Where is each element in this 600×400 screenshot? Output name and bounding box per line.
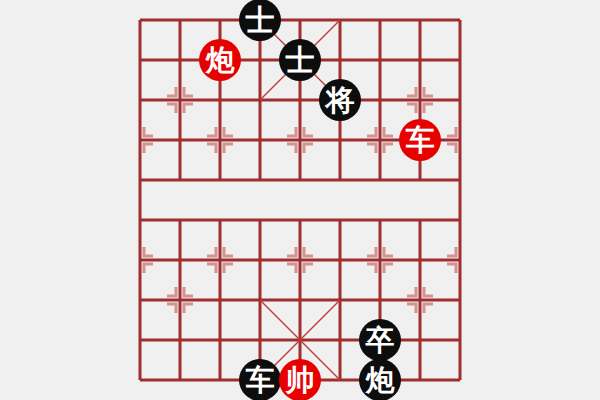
intersection-7-1 [400,40,440,80]
intersection-4-3 [280,120,320,160]
red-chariot-piece[interactable]: 车 [399,119,441,161]
intersection-6-4 [360,160,400,200]
intersection-0-1 [120,40,160,80]
intersection-4-2 [280,80,320,120]
red-general-piece[interactable]: 帅 [279,359,321,400]
intersection-0-6 [120,240,160,280]
black-advisor-1-piece[interactable]: 士 [239,0,281,41]
intersection-6-0 [360,0,400,40]
intersection-1-6 [160,240,200,280]
intersection-0-7 [120,280,160,320]
intersection-4-1: 士 [280,40,320,80]
intersection-3-3 [240,120,280,160]
intersection-5-1 [320,40,360,80]
intersection-1-1 [160,40,200,80]
intersection-7-7 [400,280,440,320]
intersection-3-1 [240,40,280,80]
intersection-3-2 [240,80,280,120]
intersection-7-2 [400,80,440,120]
intersection-2-2 [200,80,240,120]
intersection-7-0 [400,0,440,40]
intersection-0-3 [120,120,160,160]
intersection-2-6 [200,240,240,280]
intersection-2-7 [200,280,240,320]
intersection-4-0 [280,0,320,40]
intersection-6-3 [360,120,400,160]
intersection-7-4 [400,160,440,200]
intersection-1-8 [160,320,200,360]
intersection-2-9 [200,360,240,400]
intersection-0-4 [120,160,160,200]
xiangqi-diagram: 士炮士将车卒车帅炮 [0,0,600,400]
black-general-piece[interactable]: 将 [319,79,361,121]
intersection-5-7 [320,280,360,320]
intersection-0-2 [120,80,160,120]
intersection-5-8 [320,320,360,360]
intersection-2-1: 炮 [200,40,240,80]
black-cannon-piece[interactable]: 炮 [359,359,401,400]
intersection-8-4 [440,160,480,200]
intersection-3-8 [240,320,280,360]
intersection-8-6 [440,240,480,280]
intersection-4-5 [280,200,320,240]
red-cannon-piece[interactable]: 炮 [199,39,241,81]
intersection-6-8: 卒 [360,320,400,360]
intersection-3-0: 士 [240,0,280,40]
intersection-2-3 [200,120,240,160]
intersection-0-8 [120,320,160,360]
intersection-2-5 [200,200,240,240]
intersection-3-6 [240,240,280,280]
intersection-8-3 [440,120,480,160]
black-advisor-2-piece[interactable]: 士 [279,39,321,81]
intersection-8-7 [440,280,480,320]
intersection-3-9: 车 [240,360,280,400]
intersection-4-8 [280,320,320,360]
intersection-2-0 [200,0,240,40]
intersection-2-8 [200,320,240,360]
intersection-8-1 [440,40,480,80]
intersection-1-5 [160,200,200,240]
intersection-6-9: 炮 [360,360,400,400]
intersection-5-5 [320,200,360,240]
black-chariot-piece[interactable]: 车 [239,359,281,400]
intersection-4-9: 帅 [280,360,320,400]
intersection-3-5 [240,200,280,240]
intersection-0-0 [120,0,160,40]
intersection-0-5 [120,200,160,240]
intersection-6-6 [360,240,400,280]
intersection-3-7 [240,280,280,320]
intersection-5-4 [320,160,360,200]
intersection-8-5 [440,200,480,240]
intersection-8-8 [440,320,480,360]
intersection-5-6 [320,240,360,280]
intersection-1-0 [160,0,200,40]
intersection-5-9 [320,360,360,400]
intersection-8-0 [440,0,480,40]
intersection-0-9 [120,360,160,400]
intersection-7-9 [400,360,440,400]
intersection-6-2 [360,80,400,120]
intersection-1-9 [160,360,200,400]
intersection-4-7 [280,280,320,320]
intersection-4-6 [280,240,320,280]
intersection-6-1 [360,40,400,80]
intersection-1-3 [160,120,200,160]
intersection-3-4 [240,160,280,200]
intersection-5-2: 将 [320,80,360,120]
intersection-5-0 [320,0,360,40]
intersection-6-5 [360,200,400,240]
intersection-7-8 [400,320,440,360]
intersection-7-3: 车 [400,120,440,160]
intersection-7-5 [400,200,440,240]
xiangqi-board: 士炮士将车卒车帅炮 [120,0,480,400]
intersection-2-4 [200,160,240,200]
intersection-4-4 [280,160,320,200]
intersection-1-4 [160,160,200,200]
intersection-5-3 [320,120,360,160]
intersection-8-2 [440,80,480,120]
intersection-6-7 [360,280,400,320]
intersection-1-2 [160,80,200,120]
intersection-7-6 [400,240,440,280]
black-soldier-piece[interactable]: 卒 [359,319,401,361]
intersection-8-9 [440,360,480,400]
intersection-1-7 [160,280,200,320]
